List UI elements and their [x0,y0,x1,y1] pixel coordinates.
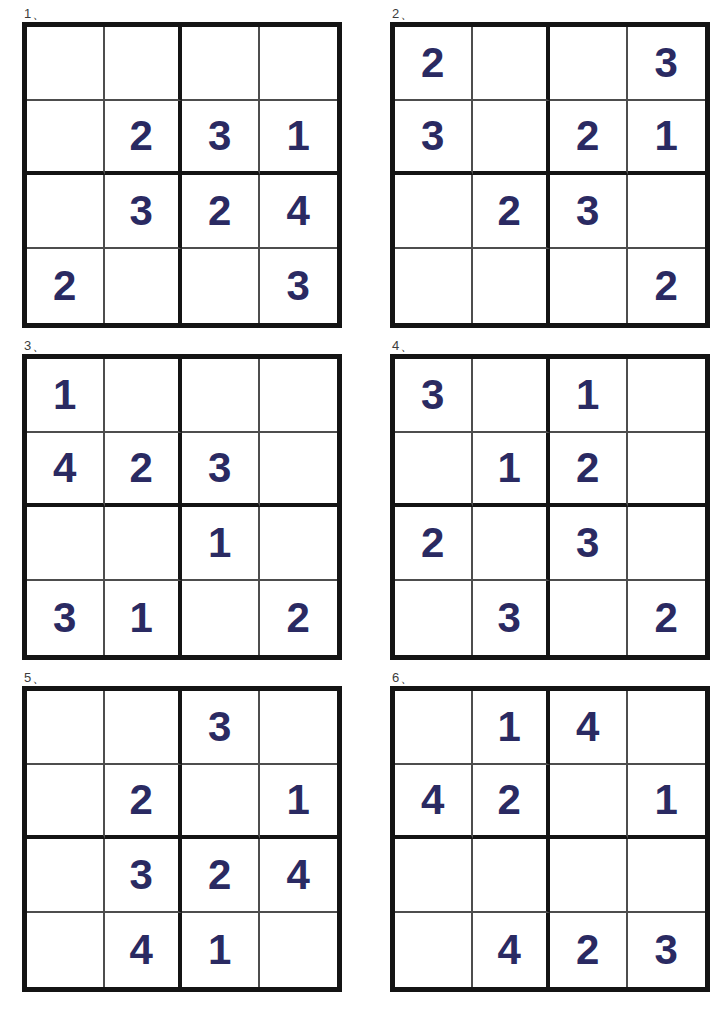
puzzle-1-label: 1、 [22,5,342,22]
puzzle-6: 6、 14421423 [390,669,710,992]
puzzle-3-cell-r1c3-empty[interactable] [182,359,260,433]
worksheet-page: 1、 23132423 2、 23321232 3、 14231312 4、 3… [0,0,723,1024]
puzzle-2-cell-r4c1-empty[interactable] [395,249,473,323]
puzzle-6-cell-r2c1-given[interactable]: 4 [395,765,473,839]
puzzle-5-cell-r1c2-empty[interactable] [105,691,183,765]
puzzle-2-cell-r3c1-empty[interactable] [395,175,473,249]
puzzle-3-cell-r2c3-given[interactable]: 3 [182,433,260,507]
puzzle-6-cell-r3c4-empty[interactable] [628,839,706,913]
puzzle-2-cell-r1c1-given[interactable]: 2 [395,27,473,101]
puzzle-6-cell-r4c4-given[interactable]: 3 [628,913,706,987]
puzzle-1-cell-r3c4-given[interactable]: 4 [260,175,338,249]
puzzle-3-cell-r4c4-given[interactable]: 2 [260,581,338,655]
puzzle-4-cell-r1c2-empty[interactable] [473,359,551,433]
puzzle-3-board: 14231312 [22,354,342,660]
puzzle-1-cell-r4c4-given[interactable]: 3 [260,249,338,323]
puzzle-1-cell-r4c2-empty[interactable] [105,249,183,323]
puzzle-5-cell-r3c3-given[interactable]: 2 [182,839,260,913]
puzzle-1-cell-r3c1-empty[interactable] [27,175,105,249]
puzzle-1: 1、 23132423 [22,5,342,328]
puzzle-6-cell-r2c3-empty[interactable] [550,765,628,839]
puzzle-2-cell-r4c2-empty[interactable] [473,249,551,323]
puzzle-1-cell-r1c2-empty[interactable] [105,27,183,101]
puzzle-4-cell-r3c4-empty[interactable] [628,507,706,581]
puzzle-6-cell-r1c3-given[interactable]: 4 [550,691,628,765]
puzzle-4-cell-r2c3-given[interactable]: 2 [550,433,628,507]
puzzle-6-cell-r4c3-given[interactable]: 2 [550,913,628,987]
puzzle-6-cell-r2c4-given[interactable]: 1 [628,765,706,839]
puzzle-3-label: 3、 [22,337,342,354]
puzzle-1-cell-r1c4-empty[interactable] [260,27,338,101]
puzzle-3-cell-r3c2-empty[interactable] [105,507,183,581]
puzzle-6-cell-r1c4-empty[interactable] [628,691,706,765]
puzzle-1-cell-r3c2-given[interactable]: 3 [105,175,183,249]
puzzle-4: 4、 31122332 [390,337,710,660]
puzzle-4-cell-r2c1-empty[interactable] [395,433,473,507]
puzzle-3-cell-r2c2-given[interactable]: 2 [105,433,183,507]
puzzle-5-cell-r3c4-given[interactable]: 4 [260,839,338,913]
puzzle-5-cell-r3c2-given[interactable]: 3 [105,839,183,913]
puzzle-grid: 1、 23132423 2、 23321232 3、 14231312 4、 3… [22,5,723,992]
puzzle-5-cell-r2c4-given[interactable]: 1 [260,765,338,839]
puzzle-6-cell-r4c1-empty[interactable] [395,913,473,987]
puzzle-4-cell-r1c4-empty[interactable] [628,359,706,433]
puzzle-5-cell-r2c3-empty[interactable] [182,765,260,839]
puzzle-3-cell-r1c2-empty[interactable] [105,359,183,433]
puzzle-2-board: 23321232 [390,22,710,328]
puzzle-6-cell-r2c2-given[interactable]: 2 [473,765,551,839]
puzzle-3-cell-r2c4-empty[interactable] [260,433,338,507]
puzzle-6-cell-r3c1-empty[interactable] [395,839,473,913]
puzzle-3-cell-r4c3-empty[interactable] [182,581,260,655]
puzzle-4-cell-r3c3-given[interactable]: 3 [550,507,628,581]
puzzle-5-cell-r4c1-empty[interactable] [27,913,105,987]
puzzle-4-board: 31122332 [390,354,710,660]
puzzle-2: 2、 23321232 [390,5,710,328]
puzzle-2-cell-r2c4-given[interactable]: 1 [628,101,706,175]
puzzle-4-cell-r2c2-given[interactable]: 1 [473,433,551,507]
puzzle-2-cell-r4c3-empty[interactable] [550,249,628,323]
puzzle-5-cell-r4c2-given[interactable]: 4 [105,913,183,987]
puzzle-6-cell-r1c2-given[interactable]: 1 [473,691,551,765]
puzzle-1-cell-r1c3-empty[interactable] [182,27,260,101]
puzzle-4-cell-r4c4-given[interactable]: 2 [628,581,706,655]
puzzle-4-cell-r1c1-given[interactable]: 3 [395,359,473,433]
puzzle-2-cell-r2c1-given[interactable]: 3 [395,101,473,175]
puzzle-4-cell-r3c1-given[interactable]: 2 [395,507,473,581]
puzzle-2-cell-r3c4-empty[interactable] [628,175,706,249]
puzzle-3: 3、 14231312 [22,337,342,660]
puzzle-2-cell-r4c4-given[interactable]: 2 [628,249,706,323]
puzzle-4-cell-r2c4-empty[interactable] [628,433,706,507]
puzzle-2-cell-r1c3-empty[interactable] [550,27,628,101]
puzzle-4-cell-r4c3-empty[interactable] [550,581,628,655]
puzzle-1-cell-r2c3-given[interactable]: 3 [182,101,260,175]
puzzle-2-cell-r1c2-empty[interactable] [473,27,551,101]
puzzle-6-cell-r3c3-empty[interactable] [550,839,628,913]
puzzle-2-cell-r2c2-empty[interactable] [473,101,551,175]
puzzle-3-cell-r2c1-given[interactable]: 4 [27,433,105,507]
puzzle-4-label: 4、 [390,337,710,354]
puzzle-1-cell-r1c1-empty[interactable] [27,27,105,101]
puzzle-5-cell-r1c1-empty[interactable] [27,691,105,765]
puzzle-1-cell-r4c3-empty[interactable] [182,249,260,323]
puzzle-6-board: 14421423 [390,686,710,992]
puzzle-2-cell-r1c4-given[interactable]: 3 [628,27,706,101]
puzzle-5-label: 5、 [22,669,342,686]
puzzle-5-cell-r1c3-given[interactable]: 3 [182,691,260,765]
puzzle-5-cell-r4c3-given[interactable]: 1 [182,913,260,987]
puzzle-6-cell-r1c1-empty[interactable] [395,691,473,765]
puzzle-3-cell-r3c4-empty[interactable] [260,507,338,581]
puzzle-3-cell-r1c4-empty[interactable] [260,359,338,433]
puzzle-2-label: 2、 [390,5,710,22]
puzzle-1-cell-r2c1-empty[interactable] [27,101,105,175]
puzzle-1-board: 23132423 [22,22,342,328]
puzzle-5: 5、 32132441 [22,669,342,992]
puzzle-6-cell-r4c2-given[interactable]: 4 [473,913,551,987]
puzzle-1-cell-r3c3-given[interactable]: 2 [182,175,260,249]
puzzle-3-cell-r3c1-empty[interactable] [27,507,105,581]
puzzle-2-cell-r3c3-given[interactable]: 3 [550,175,628,249]
puzzle-5-cell-r1c4-empty[interactable] [260,691,338,765]
puzzle-4-cell-r4c2-given[interactable]: 3 [473,581,551,655]
puzzle-5-cell-r2c1-empty[interactable] [27,765,105,839]
puzzle-3-cell-r4c1-given[interactable]: 3 [27,581,105,655]
puzzle-4-cell-r3c2-empty[interactable] [473,507,551,581]
puzzle-4-cell-r1c3-given[interactable]: 1 [550,359,628,433]
puzzle-1-cell-r2c4-given[interactable]: 1 [260,101,338,175]
puzzle-6-cell-r3c2-empty[interactable] [473,839,551,913]
puzzle-2-cell-r2c3-given[interactable]: 2 [550,101,628,175]
puzzle-5-cell-r2c2-given[interactable]: 2 [105,765,183,839]
puzzle-6-label: 6、 [390,669,710,686]
puzzle-5-cell-r3c1-empty[interactable] [27,839,105,913]
puzzle-1-cell-r2c2-given[interactable]: 2 [105,101,183,175]
puzzle-5-board: 32132441 [22,686,342,992]
puzzle-1-cell-r4c1-given[interactable]: 2 [27,249,105,323]
puzzle-3-cell-r3c3-given[interactable]: 1 [182,507,260,581]
puzzle-4-cell-r4c1-empty[interactable] [395,581,473,655]
puzzle-3-cell-r4c2-given[interactable]: 1 [105,581,183,655]
puzzle-2-cell-r3c2-given[interactable]: 2 [473,175,551,249]
puzzle-3-cell-r1c1-given[interactable]: 1 [27,359,105,433]
puzzle-5-cell-r4c4-empty[interactable] [260,913,338,987]
